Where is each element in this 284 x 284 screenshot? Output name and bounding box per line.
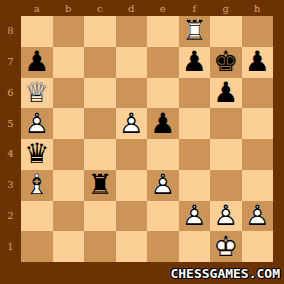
square-d1[interactable] — [116, 231, 148, 262]
white-king[interactable]: ♚♔ — [210, 231, 242, 262]
file-label-e: e — [147, 0, 179, 16]
square-d8[interactable] — [116, 16, 148, 47]
white-pawn[interactable]: ♟♙ — [242, 201, 274, 232]
square-b1[interactable] — [53, 231, 85, 262]
black-pawn[interactable]: ♟ — [179, 47, 211, 78]
square-b7[interactable] — [53, 47, 85, 78]
square-b8[interactable] — [53, 16, 85, 47]
rank-label-3: 3 — [0, 170, 21, 201]
file-label-a: a — [21, 0, 53, 16]
white-pawn[interactable]: ♟♙ — [147, 170, 179, 201]
square-f2[interactable]: ♟♙ — [179, 201, 211, 232]
square-c5[interactable] — [84, 108, 116, 139]
piece-outline-layer: ♕ — [24, 79, 49, 107]
file-label-d: d — [116, 0, 148, 16]
square-a5[interactable]: ♟♙ — [21, 108, 53, 139]
black-queen[interactable]: ♛ — [21, 139, 53, 170]
white-queen[interactable]: ♛♕ — [21, 78, 53, 109]
square-g7[interactable]: ♚ — [210, 47, 242, 78]
square-c8[interactable] — [84, 16, 116, 47]
piece-outline-layer: ♙ — [119, 110, 144, 138]
rank-label-7: 7 — [0, 47, 21, 78]
square-e7[interactable] — [147, 47, 179, 78]
board: ♜♖♟♟♚♟♛♕♟♟♙♟♙♟♛♝♗♜♟♙♟♙♟♙♟♙♚♔ — [21, 16, 273, 262]
square-f6[interactable] — [179, 78, 211, 109]
square-h3[interactable] — [242, 170, 274, 201]
square-d4[interactable] — [116, 139, 148, 170]
square-e5[interactable]: ♟ — [147, 108, 179, 139]
file-label-h: h — [242, 0, 274, 16]
chess-board-frame: a b c d e f g h 8 7 6 5 4 3 2 1 ♜♖♟♟♚♟♛♕… — [0, 0, 284, 284]
square-d6[interactable] — [116, 78, 148, 109]
square-e3[interactable]: ♟♙ — [147, 170, 179, 201]
square-e4[interactable] — [147, 139, 179, 170]
square-c4[interactable] — [84, 139, 116, 170]
square-a3[interactable]: ♝♗ — [21, 170, 53, 201]
square-g3[interactable] — [210, 170, 242, 201]
piece-outline-layer: ♙ — [182, 202, 207, 230]
square-f4[interactable] — [179, 139, 211, 170]
rank-label-5: 5 — [0, 108, 21, 139]
black-pawn[interactable]: ♟ — [210, 78, 242, 109]
square-f5[interactable] — [179, 108, 211, 139]
watermark: CHESSGAMES.COM — [170, 266, 280, 281]
square-a6[interactable]: ♛♕ — [21, 78, 53, 109]
square-f7[interactable]: ♟ — [179, 47, 211, 78]
piece-outline-layer: ♔ — [213, 233, 238, 261]
rank-label-2: 2 — [0, 201, 21, 232]
white-bishop[interactable]: ♝♗ — [21, 170, 53, 201]
square-e6[interactable] — [147, 78, 179, 109]
square-g2[interactable]: ♟♙ — [210, 201, 242, 232]
square-d2[interactable] — [116, 201, 148, 232]
square-e8[interactable] — [147, 16, 179, 47]
black-rook[interactable]: ♜ — [84, 170, 116, 201]
white-pawn[interactable]: ♟♙ — [210, 201, 242, 232]
square-e1[interactable] — [147, 231, 179, 262]
square-d7[interactable] — [116, 47, 148, 78]
rank-label-1: 1 — [0, 231, 21, 262]
square-f3[interactable] — [179, 170, 211, 201]
square-g4[interactable] — [210, 139, 242, 170]
square-d3[interactable] — [116, 170, 148, 201]
square-h4[interactable] — [242, 139, 274, 170]
square-g6[interactable]: ♟ — [210, 78, 242, 109]
square-g8[interactable] — [210, 16, 242, 47]
square-h7[interactable]: ♟ — [242, 47, 274, 78]
square-c6[interactable] — [84, 78, 116, 109]
square-a1[interactable] — [21, 231, 53, 262]
piece-outline-layer: ♙ — [213, 202, 238, 230]
square-b3[interactable] — [53, 170, 85, 201]
square-h8[interactable] — [242, 16, 274, 47]
black-king[interactable]: ♚ — [210, 47, 242, 78]
white-pawn[interactable]: ♟♙ — [116, 108, 148, 139]
square-e2[interactable] — [147, 201, 179, 232]
piece-outline-layer: ♙ — [24, 110, 49, 138]
rank-label-4: 4 — [0, 139, 21, 170]
square-h5[interactable] — [242, 108, 274, 139]
square-c2[interactable] — [84, 201, 116, 232]
square-h6[interactable] — [242, 78, 274, 109]
file-label-b: b — [53, 0, 85, 16]
square-a8[interactable] — [21, 16, 53, 47]
black-pawn[interactable]: ♟ — [147, 108, 179, 139]
square-b4[interactable] — [53, 139, 85, 170]
square-d5[interactable]: ♟♙ — [116, 108, 148, 139]
square-c1[interactable] — [84, 231, 116, 262]
rank-label-6: 6 — [0, 78, 21, 109]
square-a2[interactable] — [21, 201, 53, 232]
file-label-g: g — [210, 0, 242, 16]
square-c3[interactable]: ♜ — [84, 170, 116, 201]
square-g5[interactable] — [210, 108, 242, 139]
square-h2[interactable]: ♟♙ — [242, 201, 274, 232]
square-h1[interactable] — [242, 231, 274, 262]
square-b2[interactable] — [53, 201, 85, 232]
black-pawn[interactable]: ♟ — [21, 47, 53, 78]
white-pawn[interactable]: ♟♙ — [21, 108, 53, 139]
rank-coordinates: 8 7 6 5 4 3 2 1 — [0, 16, 21, 262]
square-b5[interactable] — [53, 108, 85, 139]
square-g1[interactable]: ♚♔ — [210, 231, 242, 262]
rank-label-8: 8 — [0, 16, 21, 47]
square-f8[interactable]: ♜♖ — [179, 16, 211, 47]
square-c7[interactable] — [84, 47, 116, 78]
square-b6[interactable] — [53, 78, 85, 109]
square-a4[interactable]: ♛ — [21, 139, 53, 170]
file-label-c: c — [84, 0, 116, 16]
black-pawn[interactable]: ♟ — [242, 47, 274, 78]
white-rook[interactable]: ♜♖ — [179, 16, 211, 47]
piece-outline-layer: ♖ — [182, 17, 207, 45]
piece-outline-layer: ♙ — [150, 171, 175, 199]
file-coordinates: a b c d e f g h — [21, 0, 273, 16]
piece-outline-layer: ♗ — [24, 171, 49, 199]
square-f1[interactable] — [179, 231, 211, 262]
piece-outline-layer: ♙ — [245, 202, 270, 230]
white-pawn[interactable]: ♟♙ — [179, 201, 211, 232]
square-a7[interactable]: ♟ — [21, 47, 53, 78]
